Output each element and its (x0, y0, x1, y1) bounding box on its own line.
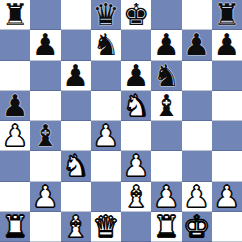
black-pawn[interactable]: ♟ (183, 30, 210, 60)
square-g5[interactable] (182, 91, 212, 121)
white-king[interactable]: ♚ (183, 212, 210, 242)
black-pawn[interactable]: ♟ (62, 61, 89, 91)
square-b7[interactable]: ♟ (30, 30, 60, 60)
square-c6[interactable]: ♟ (61, 61, 91, 91)
square-g4[interactable] (182, 121, 212, 151)
square-h8[interactable]: ♜ (212, 0, 242, 30)
square-f1[interactable]: ♜ (151, 212, 181, 242)
black-queen[interactable]: ♛ (92, 0, 119, 30)
white-pawn[interactable]: ♟ (183, 182, 210, 212)
square-e5[interactable]: ♞ (121, 91, 151, 121)
square-f3[interactable] (151, 151, 181, 181)
square-c3[interactable]: ♞ (61, 151, 91, 181)
white-pawn[interactable]: ♟ (123, 151, 150, 181)
white-rook[interactable]: ♜ (2, 212, 29, 242)
square-b5[interactable] (30, 91, 60, 121)
square-b6[interactable] (30, 61, 60, 91)
square-g1[interactable]: ♚ (182, 212, 212, 242)
square-c1[interactable]: ♝ (61, 212, 91, 242)
square-h4[interactable] (212, 121, 242, 151)
square-h1[interactable] (212, 212, 242, 242)
square-a1[interactable]: ♜ (0, 212, 30, 242)
square-h6[interactable] (212, 61, 242, 91)
square-f5[interactable]: ♝ (151, 91, 181, 121)
white-pawn[interactable]: ♟ (92, 121, 119, 151)
square-d3[interactable] (91, 151, 121, 181)
square-b1[interactable] (30, 212, 60, 242)
chess-board: ♜♛♚♜♟♞♟♟♟♟♟♞♟♞♝♟♝♟♞♟♟♝♟♟♟♜♝♛♜♚ (0, 0, 242, 242)
square-d5[interactable] (91, 91, 121, 121)
square-g3[interactable] (182, 151, 212, 181)
square-e4[interactable] (121, 121, 151, 151)
white-queen[interactable]: ♛ (92, 212, 119, 242)
square-a8[interactable]: ♜ (0, 0, 30, 30)
square-d2[interactable] (91, 182, 121, 212)
black-pawn[interactable]: ♟ (213, 30, 240, 60)
square-g2[interactable]: ♟ (182, 182, 212, 212)
black-bishop[interactable]: ♝ (153, 91, 180, 121)
square-b2[interactable]: ♟ (30, 182, 60, 212)
square-e7[interactable] (121, 30, 151, 60)
black-rook[interactable]: ♜ (213, 0, 240, 30)
square-h3[interactable] (212, 151, 242, 181)
black-bishop[interactable]: ♝ (32, 121, 59, 151)
square-c7[interactable] (61, 30, 91, 60)
square-e2[interactable]: ♝ (121, 182, 151, 212)
square-a4[interactable]: ♟ (0, 121, 30, 151)
black-pawn[interactable]: ♟ (123, 61, 150, 91)
black-pawn[interactable]: ♟ (153, 30, 180, 60)
square-f8[interactable] (151, 0, 181, 30)
black-rook[interactable]: ♜ (2, 0, 29, 30)
square-g6[interactable] (182, 61, 212, 91)
white-pawn[interactable]: ♟ (32, 182, 59, 212)
square-b4[interactable]: ♝ (30, 121, 60, 151)
white-pawn[interactable]: ♟ (213, 182, 240, 212)
white-knight[interactable]: ♞ (62, 151, 89, 181)
square-c5[interactable] (61, 91, 91, 121)
square-a5[interactable]: ♟ (0, 91, 30, 121)
square-f6[interactable]: ♞ (151, 61, 181, 91)
black-king[interactable]: ♚ (123, 0, 150, 30)
black-pawn[interactable]: ♟ (32, 30, 59, 60)
square-a2[interactable] (0, 182, 30, 212)
square-c8[interactable] (61, 0, 91, 30)
white-pawn[interactable]: ♟ (2, 121, 29, 151)
square-e1[interactable] (121, 212, 151, 242)
black-knight[interactable]: ♞ (92, 30, 119, 60)
white-knight[interactable]: ♞ (123, 91, 150, 121)
white-bishop[interactable]: ♝ (123, 182, 150, 212)
white-rook[interactable]: ♜ (153, 212, 180, 242)
square-b8[interactable] (30, 0, 60, 30)
square-e3[interactable]: ♟ (121, 151, 151, 181)
square-d4[interactable]: ♟ (91, 121, 121, 151)
black-pawn[interactable]: ♟ (2, 91, 29, 121)
square-a3[interactable] (0, 151, 30, 181)
square-b3[interactable] (30, 151, 60, 181)
square-g7[interactable]: ♟ (182, 30, 212, 60)
square-e6[interactable]: ♟ (121, 61, 151, 91)
square-e8[interactable]: ♚ (121, 0, 151, 30)
square-f7[interactable]: ♟ (151, 30, 181, 60)
square-f4[interactable] (151, 121, 181, 151)
white-bishop[interactable]: ♝ (62, 212, 89, 242)
square-d7[interactable]: ♞ (91, 30, 121, 60)
black-knight[interactable]: ♞ (153, 61, 180, 91)
square-c4[interactable] (61, 121, 91, 151)
square-h5[interactable] (212, 91, 242, 121)
square-h2[interactable]: ♟ (212, 182, 242, 212)
square-d8[interactable]: ♛ (91, 0, 121, 30)
square-f2[interactable]: ♟ (151, 182, 181, 212)
white-pawn[interactable]: ♟ (153, 182, 180, 212)
square-a7[interactable] (0, 30, 30, 60)
square-h7[interactable]: ♟ (212, 30, 242, 60)
square-a6[interactable] (0, 61, 30, 91)
square-d1[interactable]: ♛ (91, 212, 121, 242)
square-g8[interactable] (182, 0, 212, 30)
square-c2[interactable] (61, 182, 91, 212)
square-d6[interactable] (91, 61, 121, 91)
